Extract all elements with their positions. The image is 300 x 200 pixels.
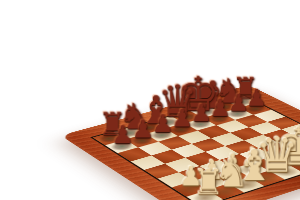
piece-shadow xyxy=(272,166,300,178)
board-frame: ♜♞♝♛♚♝♞♜♟♟♟♟♟♟♟♟♟♟♟♟♟♟♟♟♜♞♝♛♚♝♞♜ xyxy=(60,85,300,200)
chess-board: ♜♞♝♛♚♝♞♜♟♟♟♟♟♟♟♟♟♟♟♟♟♟♟♟♜♞♝♛♚♝♞♜ xyxy=(60,85,300,200)
square-f3 xyxy=(259,142,293,156)
board-grid: ♜♞♝♛♚♝♞♜♟♟♟♟♟♟♟♟♟♟♟♟♟♟♟♟♜♞♝♛♚♝♞♜ xyxy=(90,95,300,200)
chess-set-photo: ♜♞♝♛♚♝♞♜♟♟♟♟♟♟♟♟♟♟♟♟♟♟♟♟♜♞♝♛♚♝♞♜ xyxy=(0,0,300,200)
